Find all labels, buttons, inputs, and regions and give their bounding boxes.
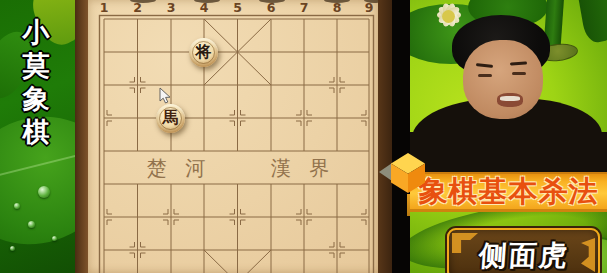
water-drop <box>38 186 50 198</box>
streamer-eye <box>478 74 492 77</box>
column-label: 8 <box>333 0 342 15</box>
lesson-banner: 象棋基本杀法 <box>410 172 607 212</box>
water-drop <box>52 236 57 241</box>
column-label: 9 <box>365 0 374 15</box>
column-label: 3 <box>167 0 176 15</box>
cube-shadow <box>379 163 392 181</box>
channel-title-char: 象 <box>17 83 55 116</box>
water-drop <box>28 221 35 228</box>
streamer-face <box>463 40 543 119</box>
channel-title-char: 棋 <box>17 116 55 149</box>
mouse-cursor <box>156 84 172 104</box>
channel-title-char: 莫 <box>17 50 55 83</box>
river-label-right: 漢 界 <box>271 156 335 180</box>
water-drop <box>10 246 15 251</box>
lotus-center <box>442 10 455 23</box>
channel-title-char: 小 <box>17 17 55 50</box>
channel-title: 小 莫 象 棋 <box>17 17 55 149</box>
button-corner-ornament <box>581 238 595 272</box>
xiangqi-board[interactable]: 1 2 3 4 5 6 7 8 9 <box>88 0 378 273</box>
column-label: 6 <box>267 0 276 15</box>
board-wood-frame: 1 2 3 4 5 6 7 8 9 <box>75 0 392 273</box>
column-label: 7 <box>300 0 309 15</box>
streamer-eye <box>512 72 526 75</box>
water-drop <box>14 203 20 209</box>
streamer-teeth <box>500 96 520 101</box>
outer-border <box>100 16 374 273</box>
column-labels: 1 2 3 4 5 6 7 8 9 <box>100 0 374 15</box>
stream-screenshot: 小 莫 象 棋 <box>0 0 607 273</box>
lesson-button[interactable]: 侧面虎 <box>447 228 600 273</box>
cube-icon <box>391 153 427 195</box>
board-grid-svg: 1 2 3 4 5 6 7 8 9 <box>88 0 378 273</box>
button-corner-ornament <box>452 233 478 253</box>
cube-stem <box>407 194 410 216</box>
column-label: 5 <box>233 0 242 15</box>
lesson-banner-text: 象棋基本杀法 <box>419 172 599 212</box>
plant-stalk <box>578 0 607 44</box>
grid-lines <box>100 16 374 273</box>
column-label: 1 <box>100 0 109 15</box>
river-labels: 楚 河 漢 界 <box>147 156 335 180</box>
river-label-left: 楚 河 <box>147 156 211 180</box>
panel-divider <box>392 0 410 273</box>
lesson-button-label: 侧面虎 <box>477 237 570 273</box>
channel-sidebar: 小 莫 象 棋 <box>0 0 75 273</box>
column-label: 4 <box>200 0 209 15</box>
column-label: 2 <box>133 0 142 15</box>
